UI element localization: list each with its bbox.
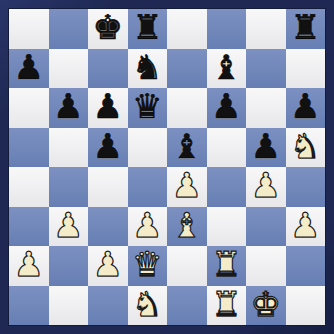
square-c6[interactable]: ♟	[88, 88, 128, 128]
square-a3[interactable]	[9, 207, 49, 247]
square-b4[interactable]	[49, 167, 89, 207]
square-h1[interactable]	[286, 286, 326, 326]
square-b1[interactable]	[49, 286, 89, 326]
square-f8[interactable]	[207, 9, 247, 49]
square-d8[interactable]: ♜	[128, 9, 168, 49]
white-pawn-a2[interactable]: ♟	[14, 245, 44, 285]
white-pawn-e4[interactable]: ♟	[172, 166, 202, 206]
square-d4[interactable]	[128, 167, 168, 207]
white-knight-d1[interactable]: ♞	[132, 285, 162, 325]
square-f6[interactable]: ♟	[207, 88, 247, 128]
square-e6[interactable]	[167, 88, 207, 128]
black-pawn-f6[interactable]: ♟	[211, 87, 241, 127]
chess-board-grid: ♚♜♜♟♞♝♟♟♛♟♟♟♝♟♞♟♟♟♟♝♟♟♟♛♜♞♜♚	[9, 9, 325, 325]
square-b3[interactable]: ♟	[49, 207, 89, 247]
square-d3[interactable]: ♟	[128, 207, 168, 247]
square-e8[interactable]	[167, 9, 207, 49]
square-b6[interactable]: ♟	[49, 88, 89, 128]
square-h5[interactable]: ♞	[286, 128, 326, 168]
square-g6[interactable]	[246, 88, 286, 128]
square-f3[interactable]	[207, 207, 247, 247]
square-h4[interactable]	[286, 167, 326, 207]
black-pawn-g5[interactable]: ♟	[251, 127, 281, 167]
square-c7[interactable]	[88, 49, 128, 89]
square-b8[interactable]	[49, 9, 89, 49]
square-e3[interactable]: ♝	[167, 207, 207, 247]
square-a4[interactable]	[9, 167, 49, 207]
square-f5[interactable]	[207, 128, 247, 168]
square-g4[interactable]: ♟	[246, 167, 286, 207]
white-pawn-d3[interactable]: ♟	[132, 206, 162, 246]
white-king-g1[interactable]: ♚	[251, 285, 281, 325]
square-d5[interactable]	[128, 128, 168, 168]
square-h7[interactable]	[286, 49, 326, 89]
white-rook-f2[interactable]: ♜	[211, 245, 241, 285]
white-bishop-e3[interactable]: ♝	[172, 206, 202, 246]
square-e1[interactable]	[167, 286, 207, 326]
black-rook-h8[interactable]: ♜	[290, 8, 320, 48]
square-g7[interactable]	[246, 49, 286, 89]
square-g2[interactable]	[246, 246, 286, 286]
square-g3[interactable]	[246, 207, 286, 247]
square-d6[interactable]: ♛	[128, 88, 168, 128]
square-b2[interactable]	[49, 246, 89, 286]
square-a5[interactable]	[9, 128, 49, 168]
square-g5[interactable]: ♟	[246, 128, 286, 168]
square-e4[interactable]: ♟	[167, 167, 207, 207]
black-pawn-c5[interactable]: ♟	[93, 127, 123, 167]
chess-board-frame: ♚♜♜♟♞♝♟♟♛♟♟♟♝♟♞♟♟♟♟♝♟♟♟♛♜♞♜♚	[0, 0, 334, 334]
square-d2[interactable]: ♛	[128, 246, 168, 286]
black-knight-d7[interactable]: ♞	[132, 48, 162, 88]
black-pawn-a7[interactable]: ♟	[14, 48, 44, 88]
square-g1[interactable]: ♚	[246, 286, 286, 326]
square-h3[interactable]: ♟	[286, 207, 326, 247]
square-f7[interactable]: ♝	[207, 49, 247, 89]
black-queen-d6[interactable]: ♛	[132, 87, 162, 127]
square-c4[interactable]	[88, 167, 128, 207]
white-pawn-h3[interactable]: ♟	[290, 206, 320, 246]
square-a2[interactable]: ♟	[9, 246, 49, 286]
square-d7[interactable]: ♞	[128, 49, 168, 89]
white-pawn-b3[interactable]: ♟	[53, 206, 83, 246]
black-bishop-e5[interactable]: ♝	[172, 127, 202, 167]
black-pawn-c6[interactable]: ♟	[93, 87, 123, 127]
black-king-c8[interactable]: ♚	[93, 8, 123, 48]
square-f2[interactable]: ♜	[207, 246, 247, 286]
square-b7[interactable]	[49, 49, 89, 89]
square-a6[interactable]	[9, 88, 49, 128]
black-pawn-b6[interactable]: ♟	[53, 87, 83, 127]
square-h6[interactable]: ♟	[286, 88, 326, 128]
square-a7[interactable]: ♟	[9, 49, 49, 89]
black-bishop-f7[interactable]: ♝	[211, 48, 241, 88]
square-c2[interactable]: ♟	[88, 246, 128, 286]
white-pawn-g4[interactable]: ♟	[251, 166, 281, 206]
white-queen-d2[interactable]: ♛	[132, 245, 162, 285]
square-c5[interactable]: ♟	[88, 128, 128, 168]
square-c3[interactable]	[88, 207, 128, 247]
black-pawn-h6[interactable]: ♟	[290, 87, 320, 127]
square-f4[interactable]	[207, 167, 247, 207]
square-d1[interactable]: ♞	[128, 286, 168, 326]
square-e7[interactable]	[167, 49, 207, 89]
white-knight-h5[interactable]: ♞	[290, 127, 320, 167]
black-rook-d8[interactable]: ♜	[132, 8, 162, 48]
white-pawn-c2[interactable]: ♟	[93, 245, 123, 285]
square-h8[interactable]: ♜	[286, 9, 326, 49]
square-c1[interactable]	[88, 286, 128, 326]
square-e5[interactable]: ♝	[167, 128, 207, 168]
square-g8[interactable]	[246, 9, 286, 49]
square-b5[interactable]	[49, 128, 89, 168]
square-a1[interactable]	[9, 286, 49, 326]
square-f1[interactable]: ♜	[207, 286, 247, 326]
square-c8[interactable]: ♚	[88, 9, 128, 49]
square-a8[interactable]	[9, 9, 49, 49]
square-h2[interactable]	[286, 246, 326, 286]
white-rook-f1[interactable]: ♜	[211, 285, 241, 325]
square-e2[interactable]	[167, 246, 207, 286]
